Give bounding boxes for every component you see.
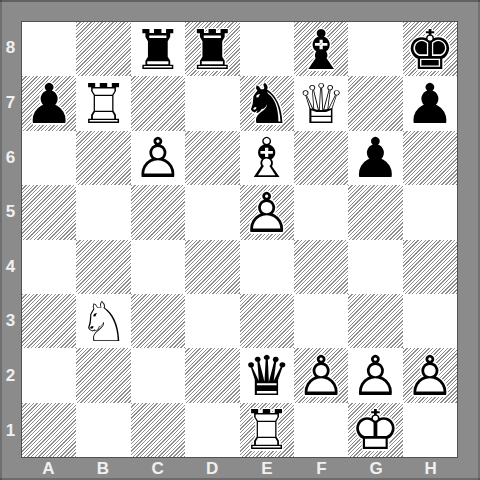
rank-label-1: 1 xyxy=(0,403,21,458)
square-d8[interactable]: ♜ xyxy=(185,22,239,76)
square-a3[interactable] xyxy=(22,294,76,348)
rank-label-8: 8 xyxy=(0,21,21,76)
rank-label-5: 5 xyxy=(0,185,21,240)
square-h1[interactable] xyxy=(403,403,457,457)
piece-white-king-g1[interactable]: ♚♔ xyxy=(348,403,402,457)
chess-board: ♜♜♝♚♟♜♖♞♛♕♟♟♙♝♗♟♟♙♞♘♛♟♙♟♙♟♙♜♖♚♔ xyxy=(21,21,458,458)
square-b7[interactable]: ♜♖ xyxy=(76,76,130,130)
square-h3[interactable] xyxy=(403,294,457,348)
piece-white-pawn-c6[interactable]: ♟♙ xyxy=(131,131,185,185)
square-c8[interactable]: ♜ xyxy=(131,22,185,76)
square-a1[interactable] xyxy=(22,403,76,457)
square-a6[interactable] xyxy=(22,131,76,185)
piece-white-rook-b7[interactable]: ♜♖ xyxy=(76,76,130,130)
piece-white-knight-b3[interactable]: ♞♘ xyxy=(76,294,130,348)
square-b3[interactable]: ♞♘ xyxy=(76,294,130,348)
square-e8[interactable] xyxy=(240,22,294,76)
square-e5[interactable]: ♟♙ xyxy=(240,185,294,239)
square-f3[interactable] xyxy=(294,294,348,348)
square-f7[interactable]: ♛♕ xyxy=(294,76,348,130)
file-label-b: B xyxy=(76,458,131,480)
square-f5[interactable] xyxy=(294,185,348,239)
square-c4[interactable] xyxy=(131,240,185,294)
piece-black-king-h8[interactable]: ♚ xyxy=(403,22,457,76)
rank-labels: 8 7 6 5 4 3 2 1 xyxy=(0,21,21,458)
piece-white-pawn-f2[interactable]: ♟♙ xyxy=(294,348,348,402)
square-d1[interactable] xyxy=(185,403,239,457)
file-label-h: H xyxy=(403,458,458,480)
square-h7[interactable]: ♟ xyxy=(403,76,457,130)
piece-black-rook-c8[interactable]: ♜ xyxy=(131,22,185,76)
square-f2[interactable]: ♟♙ xyxy=(294,348,348,402)
square-h2[interactable]: ♟♙ xyxy=(403,348,457,402)
piece-black-pawn-g6[interactable]: ♟ xyxy=(348,131,402,185)
square-g7[interactable] xyxy=(348,76,402,130)
square-d5[interactable] xyxy=(185,185,239,239)
file-labels: A B C D E F G H xyxy=(21,458,458,480)
square-b4[interactable] xyxy=(76,240,130,294)
file-label-e: E xyxy=(240,458,295,480)
square-a5[interactable] xyxy=(22,185,76,239)
square-b6[interactable] xyxy=(76,131,130,185)
square-a7[interactable]: ♟ xyxy=(22,76,76,130)
piece-black-pawn-h7[interactable]: ♟ xyxy=(403,76,457,130)
square-g3[interactable] xyxy=(348,294,402,348)
piece-white-queen-f7[interactable]: ♛♕ xyxy=(294,76,348,130)
piece-white-pawn-h2[interactable]: ♟♙ xyxy=(403,348,457,402)
piece-white-pawn-g2[interactable]: ♟♙ xyxy=(348,348,402,402)
square-g8[interactable] xyxy=(348,22,402,76)
file-label-g: G xyxy=(349,458,404,480)
rank-label-7: 7 xyxy=(0,76,21,131)
square-b1[interactable] xyxy=(76,403,130,457)
square-a2[interactable] xyxy=(22,348,76,402)
rank-label-6: 6 xyxy=(0,130,21,185)
square-f6[interactable] xyxy=(294,131,348,185)
square-c1[interactable] xyxy=(131,403,185,457)
square-d4[interactable] xyxy=(185,240,239,294)
square-e3[interactable] xyxy=(240,294,294,348)
square-b8[interactable] xyxy=(76,22,130,76)
rank-label-3: 3 xyxy=(0,294,21,349)
square-g5[interactable] xyxy=(348,185,402,239)
square-e7[interactable]: ♞ xyxy=(240,76,294,130)
square-h6[interactable] xyxy=(403,131,457,185)
square-d2[interactable] xyxy=(185,348,239,402)
square-a4[interactable] xyxy=(22,240,76,294)
square-f1[interactable] xyxy=(294,403,348,457)
chess-board-frame: 8 7 6 5 4 3 2 1 ♜♜♝♚♟♜♖♞♛♕♟♟♙♝♗♟♟♙♞♘♛♟♙♟… xyxy=(0,0,480,480)
square-c3[interactable] xyxy=(131,294,185,348)
square-g1[interactable]: ♚♔ xyxy=(348,403,402,457)
square-h5[interactable] xyxy=(403,185,457,239)
square-g2[interactable]: ♟♙ xyxy=(348,348,402,402)
square-e6[interactable]: ♝♗ xyxy=(240,131,294,185)
square-f8[interactable]: ♝ xyxy=(294,22,348,76)
file-label-c: C xyxy=(130,458,185,480)
piece-white-pawn-e5[interactable]: ♟♙ xyxy=(240,185,294,239)
piece-black-rook-d8[interactable]: ♜ xyxy=(185,22,239,76)
square-g4[interactable] xyxy=(348,240,402,294)
piece-black-pawn-a7[interactable]: ♟ xyxy=(22,76,76,130)
square-h4[interactable] xyxy=(403,240,457,294)
square-c6[interactable]: ♟♙ xyxy=(131,131,185,185)
square-e4[interactable] xyxy=(240,240,294,294)
square-e1[interactable]: ♜♖ xyxy=(240,403,294,457)
square-h8[interactable]: ♚ xyxy=(403,22,457,76)
rank-label-2: 2 xyxy=(0,349,21,404)
file-label-a: A xyxy=(21,458,76,480)
square-d6[interactable] xyxy=(185,131,239,185)
square-b5[interactable] xyxy=(76,185,130,239)
piece-white-bishop-e6[interactable]: ♝♗ xyxy=(240,131,294,185)
square-c7[interactable] xyxy=(131,76,185,130)
square-d3[interactable] xyxy=(185,294,239,348)
piece-white-rook-e1[interactable]: ♜♖ xyxy=(240,403,294,457)
square-c5[interactable] xyxy=(131,185,185,239)
file-label-f: F xyxy=(294,458,349,480)
piece-black-knight-e7[interactable]: ♞ xyxy=(240,76,294,130)
square-e2[interactable]: ♛ xyxy=(240,348,294,402)
square-g6[interactable]: ♟ xyxy=(348,131,402,185)
square-a8[interactable] xyxy=(22,22,76,76)
square-d7[interactable] xyxy=(185,76,239,130)
piece-black-bishop-f8[interactable]: ♝ xyxy=(294,22,348,76)
square-b2[interactable] xyxy=(76,348,130,402)
file-label-d: D xyxy=(185,458,240,480)
square-c2[interactable] xyxy=(131,348,185,402)
square-f4[interactable] xyxy=(294,240,348,294)
rank-label-4: 4 xyxy=(0,240,21,295)
piece-black-queen-e2[interactable]: ♛ xyxy=(240,348,294,402)
